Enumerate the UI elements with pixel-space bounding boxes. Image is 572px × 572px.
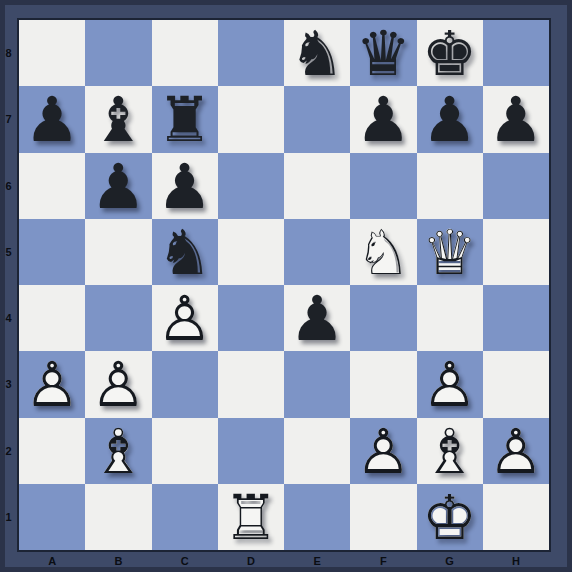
- white-piece-outline-glyph: ♖: [218, 484, 284, 550]
- square-c4[interactable]: ♟♙: [152, 285, 218, 351]
- square-e1[interactable]: [284, 484, 350, 550]
- square-b3[interactable]: ♟♙: [85, 351, 151, 417]
- white-piece-outline-glyph: ♘: [350, 219, 416, 285]
- file-label-a: A: [19, 551, 85, 570]
- piece-white-bishop[interactable]: ♝♗: [417, 418, 483, 484]
- black-piece-glyph: ♟: [152, 153, 218, 219]
- white-piece-outline-glyph: ♕: [417, 219, 483, 285]
- square-e3[interactable]: [284, 351, 350, 417]
- file-labels: ABCDEFGH: [19, 551, 549, 570]
- piece-white-knight[interactable]: ♞♘: [350, 219, 416, 285]
- white-piece-outline-glyph: ♔: [417, 484, 483, 550]
- black-piece-glyph: ♟: [284, 285, 350, 351]
- rank-labels: 87654321: [0, 20, 17, 550]
- file-label-f: F: [350, 551, 416, 570]
- square-a5[interactable]: [19, 219, 85, 285]
- piece-white-bishop[interactable]: ♝♗: [85, 418, 151, 484]
- piece-black-pawn[interactable]: ♟: [350, 86, 416, 152]
- piece-white-pawn[interactable]: ♟♙: [152, 285, 218, 351]
- black-piece-glyph: ♛: [350, 20, 416, 86]
- rank-label-2: 2: [0, 418, 17, 484]
- black-piece-glyph: ♟: [417, 86, 483, 152]
- piece-black-knight[interactable]: ♞: [284, 20, 350, 86]
- square-a6[interactable]: [19, 153, 85, 219]
- rank-label-4: 4: [0, 285, 17, 351]
- rank-label-3: 3: [0, 351, 17, 417]
- piece-white-pawn[interactable]: ♟♙: [417, 351, 483, 417]
- square-d6[interactable]: [218, 153, 284, 219]
- piece-white-pawn[interactable]: ♟♙: [483, 418, 549, 484]
- file-label-h: H: [483, 551, 549, 570]
- black-piece-glyph: ♝: [85, 86, 151, 152]
- piece-white-pawn[interactable]: ♟♙: [350, 418, 416, 484]
- white-piece-outline-glyph: ♙: [417, 351, 483, 417]
- piece-black-rook[interactable]: ♜: [152, 86, 218, 152]
- black-piece-glyph: ♟: [19, 86, 85, 152]
- square-e8[interactable]: ♞: [284, 20, 350, 86]
- square-a3[interactable]: ♟♙: [19, 351, 85, 417]
- rank-label-8: 8: [0, 20, 17, 86]
- square-g8[interactable]: ♚: [417, 20, 483, 86]
- square-c1[interactable]: [152, 484, 218, 550]
- piece-black-queen[interactable]: ♛: [350, 20, 416, 86]
- black-piece-glyph: ♞: [152, 219, 218, 285]
- square-g4[interactable]: [417, 285, 483, 351]
- square-e5[interactable]: [284, 219, 350, 285]
- square-g5[interactable]: ♛♕: [417, 219, 483, 285]
- square-h1[interactable]: [483, 484, 549, 550]
- white-piece-outline-glyph: ♙: [152, 285, 218, 351]
- square-f4[interactable]: [350, 285, 416, 351]
- square-b2[interactable]: ♝♗: [85, 418, 151, 484]
- square-e7[interactable]: [284, 86, 350, 152]
- black-piece-glyph: ♞: [284, 20, 350, 86]
- square-d4[interactable]: [218, 285, 284, 351]
- square-g1[interactable]: ♚♔: [417, 484, 483, 550]
- rank-label-7: 7: [0, 86, 17, 152]
- square-c7[interactable]: ♜: [152, 86, 218, 152]
- square-c8[interactable]: [152, 20, 218, 86]
- piece-white-queen[interactable]: ♛♕: [417, 219, 483, 285]
- square-a8[interactable]: [19, 20, 85, 86]
- square-d5[interactable]: [218, 219, 284, 285]
- square-c2[interactable]: [152, 418, 218, 484]
- white-piece-outline-glyph: ♙: [85, 351, 151, 417]
- piece-black-pawn[interactable]: ♟: [152, 153, 218, 219]
- square-g6[interactable]: [417, 153, 483, 219]
- square-a1[interactable]: [19, 484, 85, 550]
- square-d2[interactable]: [218, 418, 284, 484]
- square-c5[interactable]: ♞: [152, 219, 218, 285]
- chess-board-frame: 87654321 ♞♛♚♟♝♜♟♟♟♟♟♞♞♘♛♕♟♙♟♟♙♟♙♟♙♝♗♟♙♝♗…: [0, 0, 572, 572]
- square-c6[interactable]: ♟: [152, 153, 218, 219]
- square-f5[interactable]: ♞♘: [350, 219, 416, 285]
- piece-white-pawn[interactable]: ♟♙: [85, 351, 151, 417]
- piece-black-bishop[interactable]: ♝: [85, 86, 151, 152]
- square-h2[interactable]: ♟♙: [483, 418, 549, 484]
- black-piece-glyph: ♟: [350, 86, 416, 152]
- square-e2[interactable]: [284, 418, 350, 484]
- square-b6[interactable]: ♟: [85, 153, 151, 219]
- square-b1[interactable]: [85, 484, 151, 550]
- square-h8[interactable]: [483, 20, 549, 86]
- square-b7[interactable]: ♝: [85, 86, 151, 152]
- white-piece-outline-glyph: ♙: [483, 418, 549, 484]
- square-h5[interactable]: [483, 219, 549, 285]
- piece-black-pawn[interactable]: ♟: [19, 86, 85, 152]
- white-piece-outline-glyph: ♗: [417, 418, 483, 484]
- file-label-g: G: [417, 551, 483, 570]
- file-label-e: E: [284, 551, 350, 570]
- square-g3[interactable]: ♟♙: [417, 351, 483, 417]
- white-piece-outline-glyph: ♗: [85, 418, 151, 484]
- square-b5[interactable]: [85, 219, 151, 285]
- square-d3[interactable]: [218, 351, 284, 417]
- white-piece-outline-glyph: ♙: [19, 351, 85, 417]
- square-g2[interactable]: ♝♗: [417, 418, 483, 484]
- file-label-d: D: [218, 551, 284, 570]
- square-h7[interactable]: ♟: [483, 86, 549, 152]
- square-f3[interactable]: [350, 351, 416, 417]
- square-e6[interactable]: [284, 153, 350, 219]
- piece-black-pawn[interactable]: ♟: [417, 86, 483, 152]
- black-piece-glyph: ♟: [85, 153, 151, 219]
- file-label-c: C: [152, 551, 218, 570]
- black-piece-glyph: ♟: [483, 86, 549, 152]
- piece-white-rook[interactable]: ♜♖: [218, 484, 284, 550]
- square-e4[interactable]: ♟: [284, 285, 350, 351]
- square-h3[interactable]: [483, 351, 549, 417]
- piece-black-pawn[interactable]: ♟: [284, 285, 350, 351]
- square-a2[interactable]: [19, 418, 85, 484]
- square-a7[interactable]: ♟: [19, 86, 85, 152]
- square-f7[interactable]: ♟: [350, 86, 416, 152]
- square-f2[interactable]: ♟♙: [350, 418, 416, 484]
- white-piece-outline-glyph: ♙: [350, 418, 416, 484]
- square-b4[interactable]: [85, 285, 151, 351]
- square-h4[interactable]: [483, 285, 549, 351]
- square-g7[interactable]: ♟: [417, 86, 483, 152]
- square-h6[interactable]: [483, 153, 549, 219]
- piece-black-pawn[interactable]: ♟: [483, 86, 549, 152]
- file-label-b: B: [85, 551, 151, 570]
- square-f6[interactable]: [350, 153, 416, 219]
- square-f1[interactable]: [350, 484, 416, 550]
- rank-label-6: 6: [0, 153, 17, 219]
- rank-label-1: 1: [0, 484, 17, 550]
- piece-black-pawn[interactable]: ♟: [85, 153, 151, 219]
- square-a4[interactable]: [19, 285, 85, 351]
- piece-white-pawn[interactable]: ♟♙: [19, 351, 85, 417]
- rank-label-5: 5: [0, 219, 17, 285]
- square-d8[interactable]: [218, 20, 284, 86]
- square-b8[interactable]: [85, 20, 151, 86]
- square-d1[interactable]: ♜♖: [218, 484, 284, 550]
- piece-white-king[interactable]: ♚♔: [417, 484, 483, 550]
- square-d7[interactable]: [218, 86, 284, 152]
- piece-black-king[interactable]: ♚: [417, 20, 483, 86]
- black-piece-glyph: ♚: [417, 20, 483, 86]
- square-f8[interactable]: ♛: [350, 20, 416, 86]
- square-c3[interactable]: [152, 351, 218, 417]
- piece-black-knight[interactable]: ♞: [152, 219, 218, 285]
- black-piece-glyph: ♜: [152, 86, 218, 152]
- chess-board: ♞♛♚♟♝♜♟♟♟♟♟♞♞♘♛♕♟♙♟♟♙♟♙♟♙♝♗♟♙♝♗♟♙♜♖♚♔: [17, 18, 551, 552]
